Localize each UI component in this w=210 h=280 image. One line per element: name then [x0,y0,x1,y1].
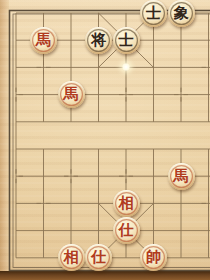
piece-red-general[interactable]: 帥 [140,244,167,271]
xiangqi-board[interactable]: 士象馬将士馬馬相仕相仕帥 [0,0,210,280]
piece-red-horse-3[interactable]: 馬 [168,163,195,190]
piece-glyph: 馬 [36,33,51,48]
piece-glyph: 仕 [119,223,134,238]
pieces-layer: 士象馬将士馬馬相仕相仕帥 [0,0,210,280]
piece-glyph: 仕 [91,250,106,265]
piece-black-elephant-1[interactable]: 象 [168,0,195,27]
piece-red-advisor-1[interactable]: 仕 [113,217,140,244]
piece-glyph: 士 [146,6,161,21]
piece-black-general[interactable]: 将 [85,27,112,54]
piece-red-horse-1[interactable]: 馬 [30,27,57,54]
piece-black-advisor-1[interactable]: 士 [140,0,167,27]
piece-red-elephant-1[interactable]: 相 [113,190,140,217]
piece-glyph: 象 [174,6,189,21]
piece-glyph: 馬 [174,169,189,184]
piece-glyph: 士 [119,33,134,48]
piece-red-advisor-2[interactable]: 仕 [85,244,112,271]
piece-red-elephant-2[interactable]: 相 [58,244,85,271]
piece-glyph: 将 [91,33,106,48]
piece-glyph: 帥 [146,250,161,265]
piece-glyph: 相 [119,196,134,211]
piece-glyph: 相 [64,250,79,265]
piece-red-horse-2[interactable]: 馬 [58,81,85,108]
piece-glyph: 馬 [64,87,79,102]
piece-black-advisor-2[interactable]: 士 [113,27,140,54]
